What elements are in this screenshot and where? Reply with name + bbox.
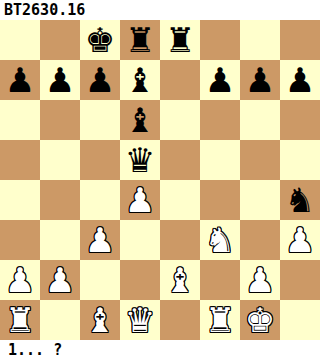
square-e7[interactable] xyxy=(160,60,200,100)
square-c6[interactable] xyxy=(80,100,120,140)
square-g5[interactable] xyxy=(240,140,280,180)
puzzle-title: BT2630.16 xyxy=(4,1,85,19)
piece-white-pawn: ♟ xyxy=(5,260,35,300)
square-a4[interactable] xyxy=(0,180,40,220)
piece-black-pawn: ♟ xyxy=(85,60,115,100)
piece-black-rook: ♜ xyxy=(165,20,195,60)
piece-black-queen: ♛ xyxy=(125,140,155,180)
piece-white-pawn: ♟ xyxy=(285,220,315,260)
square-d4[interactable]: ♟ xyxy=(120,180,160,220)
square-d1[interactable]: ♛ xyxy=(120,300,160,340)
square-g6[interactable] xyxy=(240,100,280,140)
piece-white-pawn: ♟ xyxy=(125,180,155,220)
square-b7[interactable]: ♟ xyxy=(40,60,80,100)
square-a3[interactable] xyxy=(0,220,40,260)
piece-white-rook: ♜ xyxy=(205,300,235,340)
square-h8[interactable] xyxy=(280,20,320,60)
square-b8[interactable] xyxy=(40,20,80,60)
square-h1[interactable] xyxy=(280,300,320,340)
piece-black-bishop: ♝ xyxy=(125,100,155,140)
square-a6[interactable] xyxy=(0,100,40,140)
square-h2[interactable] xyxy=(280,260,320,300)
square-g8[interactable] xyxy=(240,20,280,60)
square-e6[interactable] xyxy=(160,100,200,140)
square-f1[interactable]: ♜ xyxy=(200,300,240,340)
piece-black-pawn: ♟ xyxy=(205,60,235,100)
square-d6[interactable]: ♝ xyxy=(120,100,160,140)
square-c1[interactable]: ♝ xyxy=(80,300,120,340)
square-g1[interactable]: ♚ xyxy=(240,300,280,340)
piece-white-king: ♚ xyxy=(245,300,275,340)
square-f3[interactable]: ♞ xyxy=(200,220,240,260)
piece-white-pawn: ♟ xyxy=(85,220,115,260)
square-h6[interactable] xyxy=(280,100,320,140)
square-c7[interactable]: ♟ xyxy=(80,60,120,100)
square-d2[interactable] xyxy=(120,260,160,300)
square-f2[interactable] xyxy=(200,260,240,300)
square-a7[interactable]: ♟ xyxy=(0,60,40,100)
square-b1[interactable] xyxy=(40,300,80,340)
square-c3[interactable]: ♟ xyxy=(80,220,120,260)
square-e5[interactable] xyxy=(160,140,200,180)
square-g2[interactable]: ♟ xyxy=(240,260,280,300)
piece-black-pawn: ♟ xyxy=(5,60,35,100)
square-e8[interactable]: ♜ xyxy=(160,20,200,60)
square-b2[interactable]: ♟ xyxy=(40,260,80,300)
square-g3[interactable] xyxy=(240,220,280,260)
square-e1[interactable] xyxy=(160,300,200,340)
square-d8[interactable]: ♜ xyxy=(120,20,160,60)
square-b6[interactable] xyxy=(40,100,80,140)
piece-black-pawn: ♟ xyxy=(45,60,75,100)
square-d3[interactable] xyxy=(120,220,160,260)
square-e3[interactable] xyxy=(160,220,200,260)
square-h4[interactable]: ♞ xyxy=(280,180,320,220)
square-h3[interactable]: ♟ xyxy=(280,220,320,260)
square-b5[interactable] xyxy=(40,140,80,180)
footer: 1... ? xyxy=(0,340,320,360)
square-a5[interactable] xyxy=(0,140,40,180)
square-g7[interactable]: ♟ xyxy=(240,60,280,100)
square-c5[interactable] xyxy=(80,140,120,180)
square-d7[interactable]: ♝ xyxy=(120,60,160,100)
square-a2[interactable]: ♟ xyxy=(0,260,40,300)
piece-black-rook: ♜ xyxy=(125,20,155,60)
piece-black-knight: ♞ xyxy=(285,180,315,220)
header: BT2630.16 xyxy=(0,0,320,20)
move-prompt: 1... ? xyxy=(8,341,62,359)
square-h5[interactable] xyxy=(280,140,320,180)
square-e4[interactable] xyxy=(160,180,200,220)
square-g4[interactable] xyxy=(240,180,280,220)
square-f6[interactable] xyxy=(200,100,240,140)
square-f5[interactable] xyxy=(200,140,240,180)
square-c4[interactable] xyxy=(80,180,120,220)
piece-white-queen: ♛ xyxy=(125,300,155,340)
square-c2[interactable] xyxy=(80,260,120,300)
piece-white-pawn: ♟ xyxy=(245,260,275,300)
piece-white-bishop: ♝ xyxy=(85,300,115,340)
square-b3[interactable] xyxy=(40,220,80,260)
piece-white-rook: ♜ xyxy=(5,300,35,340)
piece-white-knight: ♞ xyxy=(205,220,235,260)
square-e2[interactable]: ♝ xyxy=(160,260,200,300)
square-f7[interactable]: ♟ xyxy=(200,60,240,100)
square-f4[interactable] xyxy=(200,180,240,220)
square-a8[interactable] xyxy=(0,20,40,60)
piece-black-king: ♚ xyxy=(85,20,115,60)
square-d5[interactable]: ♛ xyxy=(120,140,160,180)
square-c8[interactable]: ♚ xyxy=(80,20,120,60)
piece-white-pawn: ♟ xyxy=(45,260,75,300)
piece-black-pawn: ♟ xyxy=(285,60,315,100)
square-a1[interactable]: ♜ xyxy=(0,300,40,340)
piece-white-bishop: ♝ xyxy=(165,260,195,300)
piece-black-bishop: ♝ xyxy=(125,60,155,100)
square-b4[interactable] xyxy=(40,180,80,220)
chess-board: ♚♜♜♟♟♟♝♟♟♟♝♛♟♞♟♞♟♟♟♝♟♜♝♛♜♚ xyxy=(0,20,320,340)
square-f8[interactable] xyxy=(200,20,240,60)
square-h7[interactable]: ♟ xyxy=(280,60,320,100)
piece-black-pawn: ♟ xyxy=(245,60,275,100)
